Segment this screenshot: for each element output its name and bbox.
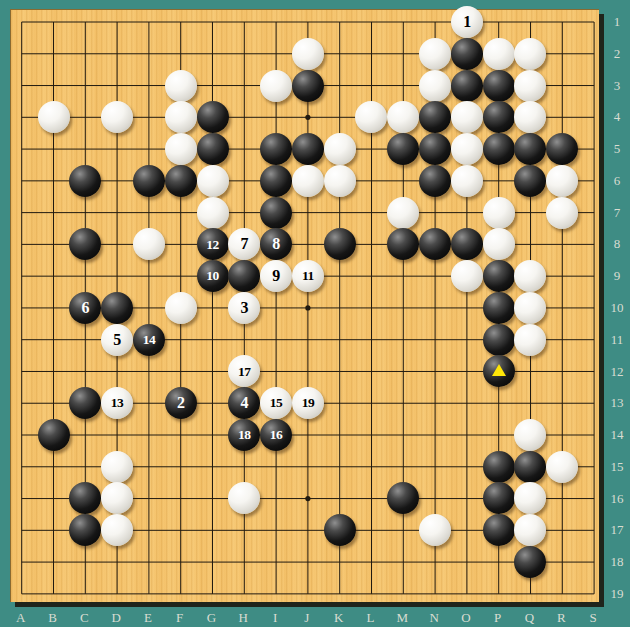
move-number: 12	[206, 237, 219, 251]
stone-black: 10	[197, 260, 229, 292]
stone-white: 11	[292, 260, 324, 292]
triangle-marker-icon	[492, 364, 506, 376]
go-board[interactable]: 11278109116351417132415191816	[10, 9, 599, 602]
row-label-12: 12	[604, 364, 630, 378]
stone-black: 6	[69, 292, 101, 324]
stone-black	[69, 514, 101, 546]
move-number: 18	[238, 428, 251, 442]
stone-black	[197, 101, 229, 133]
row-label-16: 16	[604, 491, 630, 505]
stone-black	[451, 38, 483, 70]
move-number: 14	[143, 332, 156, 346]
move-number: 11	[302, 269, 314, 283]
stone-white: 9	[260, 260, 292, 292]
stone-white	[165, 101, 197, 133]
stone-black: 12	[197, 228, 229, 260]
stone-white	[101, 514, 133, 546]
stone-black	[483, 514, 515, 546]
stone-white: 1	[451, 6, 483, 38]
move-number: 7	[241, 236, 249, 252]
stone-white	[514, 324, 546, 356]
move-number: 2	[177, 395, 185, 411]
row-label-7: 7	[604, 205, 630, 219]
stone-black: 16	[260, 419, 292, 451]
stone-white	[514, 292, 546, 324]
stone-black	[165, 165, 197, 197]
stone-white: 3	[228, 292, 260, 324]
stone-white	[514, 419, 546, 451]
stone-black	[451, 70, 483, 102]
stone-white	[419, 514, 451, 546]
stone-black	[38, 419, 70, 451]
stone-black	[483, 260, 515, 292]
page-background: { "game": "go", "board_size": 19, "colum…	[0, 0, 630, 627]
row-label-8: 8	[604, 236, 630, 250]
stone-black	[419, 133, 451, 165]
column-label-D: D	[106, 610, 126, 626]
row-label-1: 1	[604, 14, 630, 28]
row-label-4: 4	[604, 109, 630, 123]
stone-white	[387, 101, 419, 133]
stone-white	[483, 228, 515, 260]
stone-black: 18	[228, 419, 260, 451]
stone-black	[483, 355, 515, 387]
stone-black	[101, 292, 133, 324]
stone-black	[260, 197, 292, 229]
stone-white	[165, 70, 197, 102]
stone-black	[546, 133, 578, 165]
column-label-F: F	[170, 610, 190, 626]
stone-black	[292, 133, 324, 165]
stone-white	[514, 482, 546, 514]
column-label-I: I	[265, 610, 285, 626]
move-number: 4	[241, 395, 249, 411]
column-label-O: O	[456, 610, 476, 626]
row-label-18: 18	[604, 554, 630, 568]
stone-black	[324, 514, 356, 546]
move-number: 15	[270, 396, 283, 410]
stone-black: 8	[260, 228, 292, 260]
stone-black	[228, 260, 260, 292]
column-label-N: N	[424, 610, 444, 626]
stone-black	[419, 228, 451, 260]
stone-black	[483, 101, 515, 133]
stone-white: 19	[292, 387, 324, 419]
stone-black	[260, 165, 292, 197]
column-label-C: C	[74, 610, 94, 626]
stone-black	[483, 70, 515, 102]
stone-black	[419, 101, 451, 133]
move-number: 10	[206, 269, 219, 283]
stone-white	[451, 133, 483, 165]
stone-white	[324, 133, 356, 165]
stone-black	[514, 546, 546, 578]
move-number: 13	[111, 396, 124, 410]
stone-white: 15	[260, 387, 292, 419]
stone-black	[69, 387, 101, 419]
move-number: 5	[113, 331, 121, 347]
move-number: 17	[238, 364, 251, 378]
stone-black	[387, 228, 419, 260]
stone-white	[514, 514, 546, 546]
stone-white	[101, 451, 133, 483]
column-label-M: M	[392, 610, 412, 626]
stone-white	[419, 38, 451, 70]
stone-white	[101, 482, 133, 514]
stone-black	[324, 228, 356, 260]
stone-white	[355, 101, 387, 133]
row-label-10: 10	[604, 300, 630, 314]
move-number: 8	[272, 236, 280, 252]
stone-black	[69, 228, 101, 260]
stone-white: 17	[228, 355, 260, 387]
stone-black	[483, 324, 515, 356]
stone-white	[101, 101, 133, 133]
column-label-E: E	[138, 610, 158, 626]
column-label-Q: Q	[520, 610, 540, 626]
stone-white	[514, 70, 546, 102]
column-label-A: A	[11, 610, 31, 626]
stone-white: 7	[228, 228, 260, 260]
stone-white	[514, 260, 546, 292]
stone-white: 5	[101, 324, 133, 356]
stone-white: 13	[101, 387, 133, 419]
stone-white	[483, 38, 515, 70]
row-label-14: 14	[604, 427, 630, 441]
stone-white	[514, 101, 546, 133]
row-label-15: 15	[604, 459, 630, 473]
stone-white	[451, 260, 483, 292]
column-label-G: G	[202, 610, 222, 626]
row-label-3: 3	[604, 78, 630, 92]
stone-white	[387, 197, 419, 229]
stone-white	[292, 38, 324, 70]
column-label-B: B	[43, 610, 63, 626]
row-label-9: 9	[604, 268, 630, 282]
stone-white	[546, 451, 578, 483]
stone-white	[165, 133, 197, 165]
row-label-6: 6	[604, 173, 630, 187]
stone-black: 2	[165, 387, 197, 419]
stones-grid: 11278109116351417132415191816	[6, 6, 610, 610]
stone-black	[483, 482, 515, 514]
move-number: 1	[463, 14, 471, 30]
stone-white	[419, 70, 451, 102]
stone-black	[133, 165, 165, 197]
stone-white	[451, 101, 483, 133]
stone-black	[387, 133, 419, 165]
stone-black	[197, 133, 229, 165]
stone-black	[69, 482, 101, 514]
stone-white	[165, 292, 197, 324]
row-label-2: 2	[604, 46, 630, 60]
stone-black	[419, 165, 451, 197]
row-label-13: 13	[604, 395, 630, 409]
move-number: 3	[241, 299, 249, 315]
stone-black	[483, 133, 515, 165]
column-label-R: R	[551, 610, 571, 626]
column-label-H: H	[233, 610, 253, 626]
stone-white	[260, 70, 292, 102]
move-number: 9	[272, 268, 280, 284]
column-label-J: J	[297, 610, 317, 626]
stone-black	[483, 451, 515, 483]
row-label-11: 11	[604, 332, 630, 346]
stone-black	[292, 70, 324, 102]
stone-black	[514, 165, 546, 197]
stone-white	[292, 165, 324, 197]
stone-white	[228, 482, 260, 514]
stone-black	[514, 133, 546, 165]
column-label-S: S	[583, 610, 603, 626]
stone-white	[483, 197, 515, 229]
stone-black	[69, 165, 101, 197]
stone-white	[197, 165, 229, 197]
stone-white	[546, 165, 578, 197]
stone-black	[260, 133, 292, 165]
stone-white	[324, 165, 356, 197]
stone-black	[451, 228, 483, 260]
row-label-19: 19	[604, 586, 630, 600]
stone-black	[514, 451, 546, 483]
stone-black: 4	[228, 387, 260, 419]
stone-white	[133, 228, 165, 260]
stone-white	[451, 165, 483, 197]
column-label-K: K	[329, 610, 349, 626]
move-number: 16	[270, 428, 283, 442]
stone-black	[483, 292, 515, 324]
stone-black: 14	[133, 324, 165, 356]
stone-white	[514, 38, 546, 70]
stone-white	[38, 101, 70, 133]
column-label-L: L	[361, 610, 381, 626]
stone-black	[387, 482, 419, 514]
stone-white	[197, 197, 229, 229]
stone-white	[546, 197, 578, 229]
move-number: 6	[82, 299, 90, 315]
move-number: 19	[302, 396, 315, 410]
column-label-P: P	[488, 610, 508, 626]
row-label-17: 17	[604, 522, 630, 536]
row-label-5: 5	[604, 141, 630, 155]
